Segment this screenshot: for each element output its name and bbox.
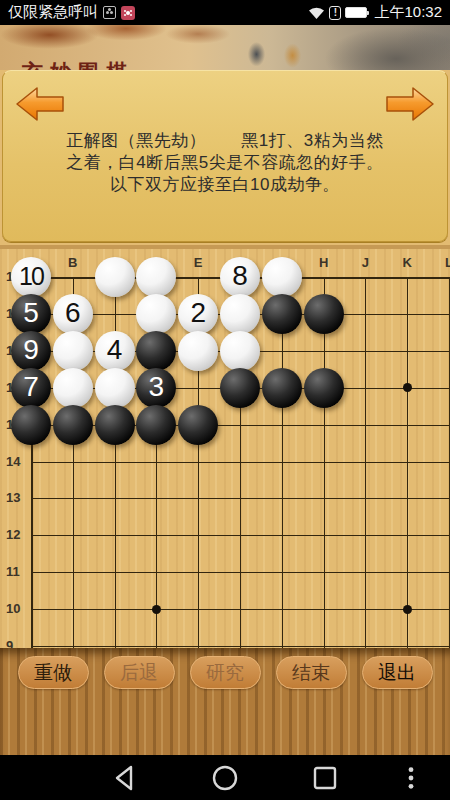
row-label: 9 bbox=[2, 638, 24, 648]
menu-icon[interactable] bbox=[398, 764, 424, 792]
move-number: 9 bbox=[23, 336, 39, 364]
black-stone bbox=[136, 331, 176, 371]
move-number: 5 bbox=[23, 299, 39, 327]
commentary-line: 之着，白4断后黑5尖是不容疏忽的好手。 bbox=[3, 152, 447, 174]
white-stone: 8 bbox=[220, 257, 260, 297]
android-nav-bar bbox=[0, 755, 450, 800]
black-stone bbox=[304, 294, 344, 334]
column-label: H bbox=[315, 255, 333, 270]
black-stone bbox=[262, 294, 302, 334]
commentary-line: 以下双方应接至白10成劫争。 bbox=[3, 174, 447, 196]
phone-screen: 仅限紧急呼叫 ! 上午10:32 玄妙围棋 正解图（黑先劫） 黑1打、3 bbox=[0, 0, 450, 800]
notification-icon bbox=[103, 6, 116, 19]
black-stone bbox=[11, 405, 51, 445]
header-painting: 玄妙围棋 bbox=[0, 25, 450, 70]
column-label: B bbox=[64, 255, 82, 270]
white-stone bbox=[178, 331, 218, 371]
home-icon[interactable] bbox=[211, 764, 239, 792]
solution-commentary: 正解图（黑先劫） 黑1打、3粘为当然 之着，白4断后黑5尖是不容疏忽的好手。 以… bbox=[3, 130, 447, 196]
white-stone bbox=[136, 257, 176, 297]
white-stone bbox=[53, 331, 93, 371]
redo-button[interactable]: 重做 bbox=[18, 656, 89, 689]
battery-alert-icon: ! bbox=[329, 6, 341, 20]
black-stone: 9 bbox=[11, 331, 51, 371]
move-number: 3 bbox=[149, 373, 165, 401]
row-label: 13 bbox=[2, 490, 24, 505]
black-stone bbox=[178, 405, 218, 445]
white-stone: 4 bbox=[95, 331, 135, 371]
grid-line bbox=[31, 535, 450, 536]
star-point bbox=[403, 383, 412, 392]
status-bar: 仅限紧急呼叫 ! 上午10:32 bbox=[0, 0, 450, 25]
white-stone bbox=[95, 257, 135, 297]
column-label: E bbox=[189, 255, 207, 270]
move-number: 8 bbox=[232, 262, 248, 290]
white-stone bbox=[220, 294, 260, 334]
column-label: K bbox=[398, 255, 416, 270]
black-stone bbox=[95, 405, 135, 445]
previous-arrow-button[interactable] bbox=[15, 85, 65, 123]
grid-line bbox=[31, 609, 450, 610]
undo-button[interactable]: 后退 bbox=[104, 656, 175, 689]
red-app-notification-icon bbox=[121, 6, 135, 20]
toolbar: 重做 后退 研究 结束 退出 bbox=[0, 648, 450, 755]
move-number: 4 bbox=[107, 336, 123, 364]
recents-icon[interactable] bbox=[311, 764, 339, 792]
grid-line bbox=[365, 277, 366, 648]
row-label: 14 bbox=[2, 454, 24, 469]
white-stone bbox=[53, 368, 93, 408]
white-stone bbox=[136, 294, 176, 334]
white-stone: 2 bbox=[178, 294, 218, 334]
go-board[interactable]: ABCDEFGHJKL19181716151413121110910856294… bbox=[0, 245, 450, 648]
white-stone bbox=[220, 331, 260, 371]
row-label: 10 bbox=[2, 601, 24, 616]
row-label: 11 bbox=[2, 564, 24, 579]
black-stone: 3 bbox=[136, 368, 176, 408]
white-stone bbox=[262, 257, 302, 297]
carrier-text: 仅限紧急呼叫 bbox=[8, 3, 98, 22]
wifi-icon bbox=[308, 6, 325, 20]
black-stone bbox=[53, 405, 93, 445]
black-stone bbox=[220, 368, 260, 408]
commentary-line: 正解图（黑先劫） 黑1打、3粘为当然 bbox=[3, 130, 447, 152]
grid-line bbox=[31, 646, 450, 647]
white-stone bbox=[95, 368, 135, 408]
white-stone: 10 bbox=[11, 257, 51, 297]
white-stone: 6 bbox=[53, 294, 93, 334]
black-stone: 5 bbox=[11, 294, 51, 334]
back-icon[interactable] bbox=[111, 764, 139, 792]
move-number: 6 bbox=[65, 299, 81, 327]
next-arrow-button[interactable] bbox=[385, 85, 435, 123]
move-number: 10 bbox=[19, 264, 43, 289]
book-title-partial: 玄妙围棋 bbox=[22, 58, 134, 70]
black-stone bbox=[262, 368, 302, 408]
black-stone: 7 bbox=[11, 368, 51, 408]
star-point bbox=[152, 605, 161, 614]
grid-line bbox=[31, 572, 450, 573]
row-label: 12 bbox=[2, 527, 24, 542]
move-number: 7 bbox=[23, 373, 39, 401]
battery-icon bbox=[345, 7, 367, 18]
research-button[interactable]: 研究 bbox=[190, 656, 261, 689]
grid-line bbox=[31, 425, 450, 426]
grid-line bbox=[31, 462, 450, 463]
grid-line bbox=[407, 277, 408, 648]
column-label: J bbox=[356, 255, 374, 270]
star-point bbox=[403, 605, 412, 614]
black-stone bbox=[136, 405, 176, 445]
move-number: 2 bbox=[190, 299, 206, 327]
clock: 上午10:32 bbox=[374, 3, 442, 22]
column-label: L bbox=[440, 255, 450, 270]
exit-button[interactable]: 退出 bbox=[362, 656, 433, 689]
grid-line bbox=[31, 498, 450, 499]
black-stone bbox=[304, 368, 344, 408]
end-button[interactable]: 结束 bbox=[276, 656, 347, 689]
info-panel: 正解图（黑先劫） 黑1打、3粘为当然 之着，白4断后黑5尖是不容疏忽的好手。 以… bbox=[2, 70, 448, 242]
